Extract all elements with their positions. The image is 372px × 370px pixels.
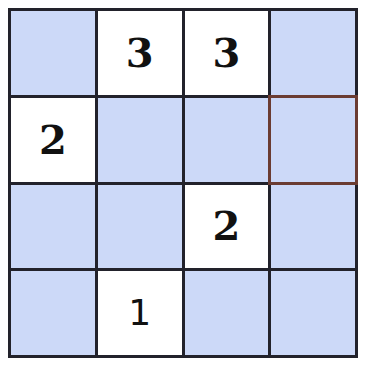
cell-r2c3[interactable] (185, 98, 269, 182)
cell-value: 1 (128, 295, 151, 331)
cell-r4c4[interactable] (271, 271, 355, 355)
cell-r2c4-selected[interactable] (271, 98, 355, 182)
cell-value: 2 (39, 120, 67, 160)
cell-r3c1[interactable] (11, 185, 95, 269)
cell-r3c2[interactable] (98, 185, 182, 269)
cell-r1c3[interactable]: 3 (185, 11, 269, 95)
cell-r4c3[interactable] (185, 271, 269, 355)
cell-r3c4[interactable] (271, 185, 355, 269)
cell-value: 3 (212, 33, 240, 73)
cell-value: 2 (212, 206, 240, 246)
cell-r1c1[interactable] (11, 11, 95, 95)
cell-r2c2[interactable] (98, 98, 182, 182)
cell-r1c2[interactable]: 3 (98, 11, 182, 95)
cell-r3c3[interactable]: 2 (185, 185, 269, 269)
cell-r4c2[interactable]: 1 (98, 271, 182, 355)
cell-r2c1[interactable]: 2 (11, 98, 95, 182)
cell-r1c4[interactable] (271, 11, 355, 95)
puzzle-screenshot: 33221 (0, 0, 372, 370)
puzzle-board: 33221 (8, 8, 358, 358)
cell-value: 3 (126, 33, 154, 73)
cell-r4c1[interactable] (11, 271, 95, 355)
